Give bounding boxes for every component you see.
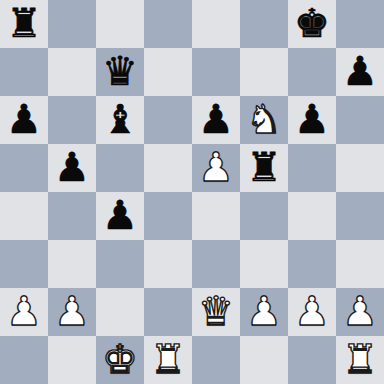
square-a1[interactable] [0,336,48,384]
square-h6[interactable] [336,96,384,144]
black-bishop-piece[interactable]: ♝ [102,95,138,143]
black-pawn-piece[interactable]: ♟ [198,95,234,143]
square-d8[interactable] [144,0,192,48]
square-e5[interactable]: ♟ [192,144,240,192]
square-a4[interactable] [0,192,48,240]
square-b1[interactable] [48,336,96,384]
square-g8[interactable]: ♚ [288,0,336,48]
square-e7[interactable] [192,48,240,96]
square-e8[interactable] [192,0,240,48]
square-b6[interactable] [48,96,96,144]
square-f1[interactable] [240,336,288,384]
square-h4[interactable] [336,192,384,240]
square-a5[interactable] [0,144,48,192]
square-a7[interactable] [0,48,48,96]
white-knight-piece[interactable]: ♞ [246,95,282,143]
square-d7[interactable] [144,48,192,96]
square-a6[interactable]: ♟ [0,96,48,144]
black-pawn-piece[interactable]: ♟ [342,47,378,95]
square-d3[interactable] [144,240,192,288]
square-c2[interactable] [96,288,144,336]
white-king-piece[interactable]: ♚ [102,335,138,383]
square-b5[interactable]: ♟ [48,144,96,192]
square-e3[interactable] [192,240,240,288]
square-d5[interactable] [144,144,192,192]
square-c6[interactable]: ♝ [96,96,144,144]
black-queen-piece[interactable]: ♛ [102,47,138,95]
square-g1[interactable] [288,336,336,384]
square-c8[interactable] [96,0,144,48]
black-rook-piece[interactable]: ♜ [6,0,42,47]
square-d4[interactable] [144,192,192,240]
square-e1[interactable] [192,336,240,384]
white-pawn-piece[interactable]: ♟ [246,287,282,335]
black-pawn-piece[interactable]: ♟ [102,191,138,239]
square-d2[interactable] [144,288,192,336]
square-a2[interactable]: ♟ [0,288,48,336]
square-g2[interactable]: ♟ [288,288,336,336]
square-h8[interactable] [336,0,384,48]
square-d6[interactable] [144,96,192,144]
black-pawn-piece[interactable]: ♟ [294,95,330,143]
square-f3[interactable] [240,240,288,288]
square-a3[interactable] [0,240,48,288]
square-c1[interactable]: ♚ [96,336,144,384]
square-b4[interactable] [48,192,96,240]
square-e4[interactable] [192,192,240,240]
square-c3[interactable] [96,240,144,288]
white-rook-piece[interactable]: ♜ [342,335,378,383]
square-d1[interactable]: ♜ [144,336,192,384]
square-h5[interactable] [336,144,384,192]
square-e6[interactable]: ♟ [192,96,240,144]
square-b2[interactable]: ♟ [48,288,96,336]
square-g7[interactable] [288,48,336,96]
square-f5[interactable]: ♜ [240,144,288,192]
black-rook-piece[interactable]: ♜ [246,143,282,191]
white-pawn-piece[interactable]: ♟ [54,287,90,335]
square-g4[interactable] [288,192,336,240]
black-pawn-piece[interactable]: ♟ [6,95,42,143]
white-queen-piece[interactable]: ♛ [198,287,234,335]
square-h1[interactable]: ♜ [336,336,384,384]
square-f6[interactable]: ♞ [240,96,288,144]
white-pawn-piece[interactable]: ♟ [6,287,42,335]
square-f2[interactable]: ♟ [240,288,288,336]
square-c5[interactable] [96,144,144,192]
square-c4[interactable]: ♟ [96,192,144,240]
square-b3[interactable] [48,240,96,288]
square-b7[interactable] [48,48,96,96]
square-h2[interactable]: ♟ [336,288,384,336]
square-f7[interactable] [240,48,288,96]
square-f8[interactable] [240,0,288,48]
square-g3[interactable] [288,240,336,288]
white-pawn-piece[interactable]: ♟ [342,287,378,335]
square-e2[interactable]: ♛ [192,288,240,336]
square-h7[interactable]: ♟ [336,48,384,96]
square-h3[interactable] [336,240,384,288]
black-king-piece[interactable]: ♚ [294,0,330,47]
white-rook-piece[interactable]: ♜ [150,335,186,383]
white-pawn-piece[interactable]: ♟ [294,287,330,335]
square-b8[interactable] [48,0,96,48]
black-pawn-piece[interactable]: ♟ [54,143,90,191]
square-f4[interactable] [240,192,288,240]
white-pawn-piece[interactable]: ♟ [198,143,234,191]
square-a8[interactable]: ♜ [0,0,48,48]
square-g6[interactable]: ♟ [288,96,336,144]
square-c7[interactable]: ♛ [96,48,144,96]
square-g5[interactable] [288,144,336,192]
chess-board: ♜♚♛♟♟♝♟♞♟♟♟♜♟♟♟♛♟♟♟♚♜♜ [0,0,384,384]
